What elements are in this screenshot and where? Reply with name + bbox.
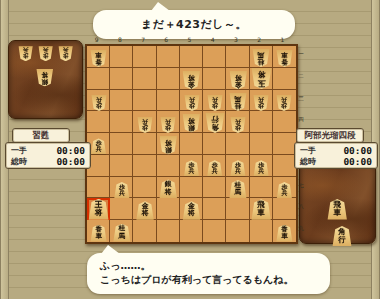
right-permove-row: 一手 00:00 — [300, 145, 372, 156]
right-player-name: 阿部光瑠四段 — [305, 130, 356, 142]
piece-歩兵-3六[interactable]: 歩兵 — [230, 160, 246, 176]
piece-歩兵-5三[interactable]: 歩兵 — [184, 95, 200, 111]
piece-歩兵-9五[interactable]: 歩兵 — [91, 138, 107, 154]
piece-桂馬-3三[interactable]: 桂馬 — [229, 93, 247, 111]
left-permove-time: 00:00 — [56, 145, 85, 156]
piece-歩兵[interactable]: 歩兵 — [18, 46, 33, 61]
piece-銀将[interactable]: 銀将 — [36, 69, 54, 87]
piece-金将-5八[interactable]: 金将 — [182, 201, 201, 220]
file-label: 9 — [85, 36, 108, 44]
file-label: 8 — [108, 36, 131, 44]
piece-銀将-6七[interactable]: 銀将 — [159, 179, 178, 198]
right-player-clock-panel: 一手 00:00 総時 00:00 — [294, 142, 378, 169]
piece-歩兵-2三[interactable]: 歩兵 — [253, 95, 269, 111]
piece-金将-5二[interactable]: 金将 — [182, 71, 201, 90]
bubble-tail — [101, 245, 120, 254]
left-player-clock-panel: 一手 00:00 総時 00:00 — [5, 142, 91, 169]
shogi-app: まだ＋423だし～。 歩兵歩兵歩兵銀将 飛車角行 987654321 一二三四五… — [0, 0, 380, 299]
file-label: 5 — [178, 36, 201, 44]
engine-eval-text: まだ＋423だし～。 — [141, 17, 247, 32]
bubble-tail — [151, 2, 170, 11]
rank-label: 三 — [297, 88, 305, 110]
commentary-line-1: ふっ……。 — [100, 259, 320, 273]
file-label: 6 — [155, 36, 178, 44]
piece-桂馬-3七[interactable]: 桂馬 — [229, 180, 247, 198]
commentary-line-2: こっちはプロが有利って言ってるもんね。 — [100, 273, 320, 287]
board-pieces-layer: 香車桂馬香車金将金将玉将歩兵歩兵歩兵桂馬歩兵歩兵歩兵歩兵銀将角行歩兵銀将歩兵歩兵… — [87, 46, 296, 242]
piece-歩兵-4六[interactable]: 歩兵 — [207, 160, 223, 176]
left-player-name-plate: 習甦 — [12, 128, 70, 143]
piece-桂馬-2一[interactable]: 桂馬 — [252, 49, 270, 67]
file-label: 7 — [131, 36, 154, 44]
rank-label: 八 — [297, 196, 305, 218]
piece-歩兵-9三[interactable]: 歩兵 — [91, 95, 107, 111]
engine-eval-bubble: まだ＋423だし～。 — [93, 10, 295, 39]
piece-歩兵[interactable]: 歩兵 — [38, 46, 53, 61]
shogi-board: 香車桂馬香車金将金将玉将歩兵歩兵歩兵桂馬歩兵歩兵歩兵歩兵銀将角行歩兵銀将歩兵歩兵… — [85, 44, 298, 244]
piece-角行-4四[interactable]: 角行 — [205, 113, 225, 133]
piece-歩兵-2六[interactable]: 歩兵 — [253, 160, 269, 176]
rank-label: 七 — [297, 175, 305, 197]
left-total-row: 総時 00:00 — [11, 156, 85, 167]
piece-歩兵-3四[interactable]: 歩兵 — [230, 117, 246, 133]
piece-銀将-5四[interactable]: 銀将 — [182, 114, 201, 133]
file-label: 1 — [271, 36, 294, 44]
file-label: 2 — [248, 36, 271, 44]
sente-captured-tray: 飛車角行 — [299, 162, 376, 244]
piece-香車-9九[interactable]: 香車 — [90, 225, 107, 242]
piece-角行[interactable]: 角行 — [332, 226, 352, 246]
file-coordinate-labels: 987654321 — [85, 36, 294, 44]
right-total-time: 00:00 — [343, 156, 372, 167]
piece-桂馬-8九[interactable]: 桂馬 — [113, 224, 131, 242]
piece-歩兵-7四[interactable]: 歩兵 — [137, 117, 153, 133]
piece-歩兵[interactable]: 歩兵 — [58, 46, 73, 61]
piece-歩兵-5六[interactable]: 歩兵 — [184, 160, 200, 176]
file-label: 3 — [224, 36, 247, 44]
piece-香車-1一[interactable]: 香車 — [276, 50, 293, 67]
left-permove-label: 一手 — [11, 145, 27, 156]
piece-香車-1九[interactable]: 香車 — [276, 225, 293, 242]
piece-金将-3二[interactable]: 金将 — [229, 71, 248, 90]
commentary-bubble: ふっ……。 こっちはプロが有利って言ってるもんね。 — [87, 253, 330, 294]
piece-飛車-2八[interactable]: 飛車 — [251, 199, 272, 220]
left-total-time: 00:00 — [56, 156, 85, 167]
piece-歩兵-1三[interactable]: 歩兵 — [276, 95, 292, 111]
rank-label: 九 — [297, 218, 305, 240]
right-player-name-plate: 阿部光瑠四段 — [296, 128, 364, 143]
piece-銀将-6五[interactable]: 銀将 — [159, 136, 178, 155]
file-label: 4 — [201, 36, 224, 44]
piece-飛車[interactable]: 飛車 — [327, 199, 348, 220]
left-total-label: 総時 — [11, 156, 27, 167]
rank-label: 二 — [297, 66, 305, 88]
rank-label: 一 — [297, 44, 305, 66]
piece-金将-7八[interactable]: 金将 — [136, 201, 155, 220]
right-permove-time: 00:00 — [343, 145, 372, 156]
right-permove-label: 一手 — [300, 145, 316, 156]
left-player-name: 習甦 — [33, 130, 50, 142]
left-permove-row: 一手 00:00 — [11, 145, 85, 156]
piece-歩兵-8七[interactable]: 歩兵 — [114, 182, 130, 198]
piece-香車-9一[interactable]: 香車 — [90, 50, 107, 67]
piece-玉将-2二[interactable]: 玉将 — [251, 68, 272, 89]
piece-歩兵-6四[interactable]: 歩兵 — [160, 117, 176, 133]
gote-captured-tray: 歩兵歩兵歩兵銀将 — [8, 40, 83, 119]
piece-歩兵-4三[interactable]: 歩兵 — [207, 95, 223, 111]
piece-歩兵-1七[interactable]: 歩兵 — [276, 182, 292, 198]
right-total-row: 総時 00:00 — [300, 156, 372, 167]
right-total-label: 総時 — [300, 156, 316, 167]
